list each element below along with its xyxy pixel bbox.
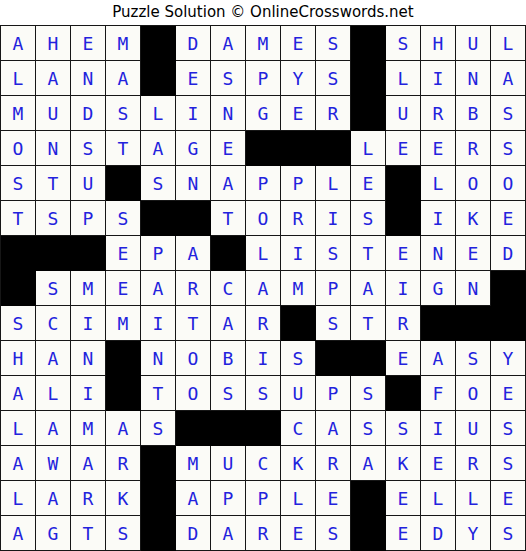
block-cell	[351, 26, 386, 61]
letter-cell: G	[176, 131, 211, 166]
letter-cell: I	[141, 306, 176, 341]
letter-cell: C	[211, 271, 246, 306]
letter-cell: L	[246, 236, 281, 271]
letter-cell: P	[141, 236, 176, 271]
letter-cell: R	[246, 516, 281, 551]
letter-cell: L	[456, 481, 491, 516]
block-cell	[141, 481, 176, 516]
letter-cell: T	[351, 306, 386, 341]
letter-cell: T	[36, 166, 71, 201]
block-cell	[176, 411, 211, 446]
letter-cell: L	[1, 411, 36, 446]
letter-cell: A	[36, 481, 71, 516]
letter-cell: S	[351, 376, 386, 411]
letter-cell: S	[106, 96, 141, 131]
block-cell	[141, 201, 176, 236]
letter-cell: N	[71, 341, 106, 376]
letter-cell: S	[211, 61, 246, 96]
letter-cell: E	[281, 96, 316, 131]
block-cell	[1, 271, 36, 306]
letter-cell: G	[36, 516, 71, 551]
letter-cell: S	[1, 306, 36, 341]
letter-cell: L	[316, 166, 351, 201]
letter-cell: M	[71, 411, 106, 446]
block-cell	[316, 341, 351, 376]
letter-cell: S	[386, 411, 421, 446]
block-cell	[211, 236, 246, 271]
letter-cell: A	[141, 131, 176, 166]
block-cell	[141, 61, 176, 96]
letter-cell: A	[351, 271, 386, 306]
letter-cell: T	[106, 131, 141, 166]
puzzle-solution-page: Puzzle Solution © OnlineCrosswords.net A…	[0, 0, 526, 551]
crossword-grid: AHEMDAMESSHULLANAESPYSLINAMUDSLINGERURBS…	[0, 25, 526, 551]
letter-cell: U	[211, 446, 246, 481]
letter-cell: I	[421, 61, 456, 96]
letter-cell: O	[456, 376, 491, 411]
letter-cell: S	[351, 411, 386, 446]
letter-cell: D	[421, 516, 456, 551]
letter-cell: E	[351, 166, 386, 201]
letter-cell: G	[421, 271, 456, 306]
letter-cell: U	[456, 411, 491, 446]
letter-cell: G	[246, 96, 281, 131]
letter-cell: R	[316, 96, 351, 131]
letter-cell: S	[351, 201, 386, 236]
letter-cell: M	[246, 26, 281, 61]
block-cell	[141, 516, 176, 551]
page-title: Puzzle Solution © OnlineCrosswords.net	[112, 0, 413, 25]
letter-cell: D	[71, 96, 106, 131]
letter-cell: K	[386, 446, 421, 481]
letter-cell: L	[1, 481, 36, 516]
letter-cell: S	[36, 201, 71, 236]
letter-cell: E	[386, 236, 421, 271]
letter-cell: P	[246, 61, 281, 96]
letter-cell: H	[1, 341, 36, 376]
letter-cell: C	[246, 446, 281, 481]
letter-cell: O	[456, 166, 491, 201]
letter-cell: A	[211, 26, 246, 61]
block-cell	[386, 166, 421, 201]
letter-cell: M	[176, 446, 211, 481]
block-cell	[141, 26, 176, 61]
letter-cell: S	[316, 61, 351, 96]
letter-cell: M	[71, 271, 106, 306]
letter-cell: U	[456, 26, 491, 61]
letter-cell: A	[246, 271, 281, 306]
letter-cell: K	[281, 446, 316, 481]
block-cell	[36, 236, 71, 271]
letter-cell: N	[456, 271, 491, 306]
letter-cell: H	[421, 26, 456, 61]
letter-cell: A	[36, 411, 71, 446]
letter-cell: R	[71, 481, 106, 516]
letter-cell: A	[176, 481, 211, 516]
block-cell	[316, 131, 351, 166]
letter-cell: N	[71, 61, 106, 96]
letter-cell: T	[141, 376, 176, 411]
letter-cell: O	[246, 201, 281, 236]
letter-cell: I	[421, 201, 456, 236]
letter-cell: U	[386, 96, 421, 131]
letter-cell: K	[456, 201, 491, 236]
letter-cell: E	[281, 26, 316, 61]
letter-cell: E	[386, 131, 421, 166]
title-bar: Puzzle Solution © OnlineCrosswords.net	[0, 0, 526, 25]
block-cell	[106, 341, 141, 376]
letter-cell: P	[246, 166, 281, 201]
letter-cell: C	[281, 411, 316, 446]
block-cell	[351, 96, 386, 131]
letter-cell: A	[1, 376, 36, 411]
letter-cell: P	[316, 271, 351, 306]
letter-cell: S	[106, 516, 141, 551]
letter-cell: O	[1, 131, 36, 166]
block-cell	[421, 306, 456, 341]
letter-cell: R	[106, 446, 141, 481]
letter-cell: S	[141, 411, 176, 446]
letter-cell: L	[421, 166, 456, 201]
letter-cell: S	[281, 341, 316, 376]
letter-cell: O	[491, 166, 526, 201]
letter-cell: S	[211, 376, 246, 411]
letter-cell: S	[141, 166, 176, 201]
letter-cell: E	[106, 271, 141, 306]
letter-cell: R	[456, 446, 491, 481]
block-cell	[71, 236, 106, 271]
letter-cell: E	[491, 376, 526, 411]
letter-cell: B	[211, 341, 246, 376]
letter-cell: A	[316, 411, 351, 446]
letter-cell: U	[71, 166, 106, 201]
letter-cell: T	[211, 201, 246, 236]
letter-cell: C	[36, 306, 71, 341]
letter-cell: A	[106, 61, 141, 96]
letter-cell: U	[36, 96, 71, 131]
letter-cell: B	[456, 96, 491, 131]
block-cell	[281, 306, 316, 341]
letter-cell: R	[316, 446, 351, 481]
letter-cell: A	[71, 446, 106, 481]
block-cell	[106, 166, 141, 201]
letter-cell: R	[456, 131, 491, 166]
block-cell	[246, 411, 281, 446]
letter-cell: M	[106, 26, 141, 61]
letter-cell: A	[36, 61, 71, 96]
letter-cell: S	[246, 376, 281, 411]
block-cell	[141, 446, 176, 481]
block-cell	[351, 61, 386, 96]
letter-cell: D	[176, 26, 211, 61]
letter-cell: A	[1, 516, 36, 551]
letter-cell: K	[106, 481, 141, 516]
letter-cell: E	[176, 61, 211, 96]
block-cell	[1, 236, 36, 271]
block-cell	[491, 271, 526, 306]
letter-cell: M	[1, 96, 36, 131]
block-cell	[246, 131, 281, 166]
letter-cell: I	[421, 411, 456, 446]
letter-cell: M	[106, 306, 141, 341]
letter-cell: S	[71, 131, 106, 166]
letter-cell: O	[176, 341, 211, 376]
block-cell	[386, 376, 421, 411]
letter-cell: E	[386, 516, 421, 551]
letter-cell: R	[246, 306, 281, 341]
letter-cell: S	[386, 26, 421, 61]
letter-cell: A	[351, 446, 386, 481]
letter-cell: Y	[456, 516, 491, 551]
letter-cell: A	[141, 271, 176, 306]
letter-cell: N	[36, 131, 71, 166]
letter-cell: D	[491, 236, 526, 271]
letter-cell: A	[211, 166, 246, 201]
letter-cell: A	[176, 236, 211, 271]
letter-cell: H	[36, 26, 71, 61]
letter-cell: I	[176, 96, 211, 131]
letter-cell: R	[281, 201, 316, 236]
letter-cell: N	[421, 236, 456, 271]
letter-cell: S	[456, 341, 491, 376]
letter-cell: L	[421, 481, 456, 516]
block-cell	[106, 376, 141, 411]
letter-cell: E	[106, 236, 141, 271]
letter-cell: L	[36, 376, 71, 411]
letter-cell: Y	[491, 341, 526, 376]
block-cell	[351, 516, 386, 551]
block-cell	[281, 131, 316, 166]
letter-cell: S	[491, 411, 526, 446]
letter-cell: S	[316, 236, 351, 271]
letter-cell: A	[491, 61, 526, 96]
letter-cell: E	[421, 131, 456, 166]
letter-cell: E	[491, 481, 526, 516]
letter-cell: S	[491, 516, 526, 551]
letter-cell: S	[106, 201, 141, 236]
letter-cell: E	[211, 131, 246, 166]
letter-cell: E	[316, 481, 351, 516]
block-cell	[211, 411, 246, 446]
block-cell	[491, 306, 526, 341]
letter-cell: S	[491, 96, 526, 131]
letter-cell: E	[386, 481, 421, 516]
letter-cell: S	[316, 516, 351, 551]
letter-cell: R	[421, 96, 456, 131]
letter-cell: P	[281, 166, 316, 201]
letter-cell: E	[386, 341, 421, 376]
letter-cell: P	[246, 481, 281, 516]
letter-cell: L	[1, 61, 36, 96]
letter-cell: F	[421, 376, 456, 411]
letter-cell: L	[141, 96, 176, 131]
letter-cell: P	[71, 201, 106, 236]
letter-cell: W	[36, 446, 71, 481]
letter-cell: Y	[281, 61, 316, 96]
letter-cell: N	[456, 61, 491, 96]
block-cell	[176, 201, 211, 236]
letter-cell: S	[491, 131, 526, 166]
block-cell	[351, 481, 386, 516]
letter-cell: T	[176, 306, 211, 341]
letter-cell: S	[1, 166, 36, 201]
letter-cell: S	[316, 306, 351, 341]
letter-cell: S	[36, 271, 71, 306]
letter-cell: I	[71, 376, 106, 411]
letter-cell: A	[1, 446, 36, 481]
letter-cell: D	[176, 516, 211, 551]
letter-cell: A	[36, 341, 71, 376]
letter-cell: R	[176, 271, 211, 306]
letter-cell: A	[211, 306, 246, 341]
letter-cell: E	[71, 26, 106, 61]
letter-cell: E	[491, 201, 526, 236]
block-cell	[386, 201, 421, 236]
letter-cell: T	[1, 201, 36, 236]
letter-cell: N	[211, 96, 246, 131]
block-cell	[456, 306, 491, 341]
letter-cell: T	[351, 236, 386, 271]
letter-cell: L	[281, 481, 316, 516]
letter-cell: I	[71, 306, 106, 341]
letter-cell: P	[316, 376, 351, 411]
letter-cell: M	[281, 271, 316, 306]
block-cell	[351, 341, 386, 376]
letter-cell: L	[351, 131, 386, 166]
letter-cell: O	[176, 376, 211, 411]
letter-cell: L	[491, 26, 526, 61]
letter-cell: R	[386, 306, 421, 341]
letter-cell: A	[106, 411, 141, 446]
letter-cell: A	[421, 341, 456, 376]
letter-cell: E	[421, 446, 456, 481]
letter-cell: S	[316, 26, 351, 61]
letter-cell: T	[71, 516, 106, 551]
letter-cell: P	[211, 481, 246, 516]
letter-cell: E	[456, 236, 491, 271]
letter-cell: E	[281, 516, 316, 551]
letter-cell: N	[141, 341, 176, 376]
letter-cell: U	[281, 376, 316, 411]
letter-cell: I	[281, 236, 316, 271]
letter-cell: I	[246, 341, 281, 376]
letter-cell: I	[316, 201, 351, 236]
letter-cell: N	[176, 166, 211, 201]
letter-cell: I	[386, 271, 421, 306]
letter-cell: A	[1, 26, 36, 61]
letter-cell: A	[211, 516, 246, 551]
letter-cell: S	[491, 446, 526, 481]
letter-cell: L	[386, 61, 421, 96]
